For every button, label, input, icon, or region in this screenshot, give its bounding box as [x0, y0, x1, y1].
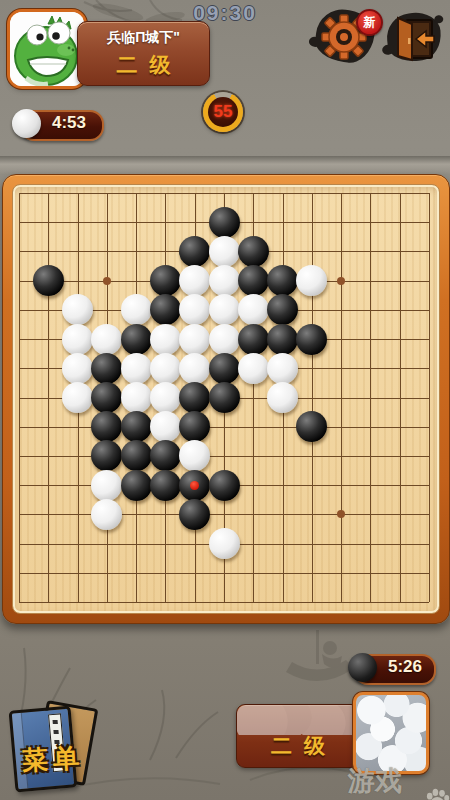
white-stone — [179, 440, 210, 471]
black-stone — [179, 236, 210, 267]
white-stone — [209, 265, 240, 296]
last-move-marker — [190, 481, 199, 490]
white-stone-icon — [12, 109, 41, 138]
black-player-timer: 5:26 — [348, 652, 448, 683]
new-badge: 新 — [356, 9, 383, 36]
white-stone — [179, 324, 210, 355]
white-stone — [296, 265, 327, 296]
player-name: 兵临Π城下" — [78, 29, 209, 47]
black-stone — [296, 324, 327, 355]
grid-line — [19, 427, 429, 428]
grid-line — [19, 602, 429, 603]
black-stone — [150, 470, 181, 501]
star-point — [337, 277, 345, 285]
black-stone — [238, 236, 269, 267]
white-stone — [91, 499, 122, 530]
grid-line — [429, 193, 430, 602]
white-stone — [209, 236, 240, 267]
black-stone — [267, 265, 298, 296]
exit-door-icon — [392, 16, 438, 62]
black-stone — [209, 470, 240, 501]
menu-button[interactable]: 菜单 — [6, 696, 98, 794]
wall-band — [0, 156, 450, 174]
white-stone — [150, 382, 181, 413]
star-point — [337, 510, 345, 518]
black-stone — [91, 382, 122, 413]
white-stone — [179, 265, 210, 296]
white-stone — [91, 470, 122, 501]
black-stone — [121, 411, 152, 442]
white-stone — [121, 294, 152, 325]
stones-haze-overlay — [237, 705, 359, 735]
white-stone — [150, 411, 181, 442]
black-stone-icon — [348, 653, 377, 682]
white-stone — [62, 382, 93, 413]
move-countdown-badge: 55 — [203, 92, 243, 132]
white-player-timer: 4:53 — [12, 108, 112, 139]
grid-line — [370, 193, 371, 602]
white-stone — [150, 324, 181, 355]
white-stone — [121, 382, 152, 413]
paw-icon — [425, 786, 450, 800]
black-stone — [91, 411, 122, 442]
menu-button-label: 菜单 — [10, 740, 96, 779]
grid-line — [19, 573, 429, 574]
white-stone — [62, 294, 93, 325]
opponent-level: 二级 — [237, 732, 359, 760]
black-stone — [121, 324, 152, 355]
white-stone — [179, 294, 210, 325]
opponent-level-plate: 二级 — [236, 704, 360, 768]
watermark-text: 游戏狗 — [348, 763, 424, 800]
black-stone — [209, 382, 240, 413]
grid-line — [19, 456, 429, 457]
white-stone — [62, 324, 93, 355]
black-stone — [179, 411, 210, 442]
player-level: 二级 — [78, 51, 209, 79]
black-stone — [179, 382, 210, 413]
black-stone — [150, 440, 181, 471]
black-stone — [121, 440, 152, 471]
player-avatar[interactable] — [10, 12, 84, 86]
white-stone — [267, 353, 298, 384]
black-stone — [179, 470, 210, 501]
black-stone — [238, 324, 269, 355]
white-stone — [179, 353, 210, 384]
white-stone — [238, 294, 269, 325]
watermark: 游戏狗 — [348, 763, 450, 800]
exit-button[interactable] — [384, 8, 444, 68]
white-stone — [121, 353, 152, 384]
white-stone — [62, 353, 93, 384]
black-stone — [296, 411, 327, 442]
move-countdown-value: 55 — [208, 97, 238, 127]
grid-line — [312, 193, 313, 602]
grid-line — [341, 193, 342, 602]
white-stone — [91, 324, 122, 355]
settings-button[interactable]: 新 — [312, 6, 378, 68]
player-name-plate: 兵临Π城下" 二级 — [77, 21, 210, 86]
black-time-remaining: 5:26 — [388, 657, 422, 677]
black-stone — [91, 353, 122, 384]
grid-line — [400, 193, 401, 602]
black-stone — [150, 294, 181, 325]
white-stone — [209, 324, 240, 355]
white-stone — [209, 294, 240, 325]
black-stone — [267, 294, 298, 325]
white-stone — [209, 528, 240, 559]
black-stone — [179, 499, 210, 530]
black-stone — [209, 353, 240, 384]
gomoku-board-grid[interactable] — [19, 193, 429, 602]
white-stone — [238, 353, 269, 384]
white-time-remaining: 4:53 — [52, 113, 86, 133]
white-stone — [267, 382, 298, 413]
black-stone — [33, 265, 64, 296]
opponent-avatar-stones[interactable] — [353, 692, 429, 774]
star-point — [103, 277, 111, 285]
black-stone — [150, 265, 181, 296]
black-stone — [238, 265, 269, 296]
black-stone — [209, 207, 240, 238]
black-stone — [91, 440, 122, 471]
black-stone — [267, 324, 298, 355]
grid-line — [19, 514, 429, 515]
black-stone — [121, 470, 152, 501]
white-stone — [150, 353, 181, 384]
dino-avatar-image — [10, 12, 84, 86]
